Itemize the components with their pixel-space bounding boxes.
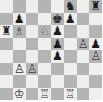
square-e5[interactable]: ♟ bbox=[51, 38, 64, 51]
piece-white-pawn: ♙ bbox=[14, 63, 25, 75]
square-b6[interactable]: ♗ bbox=[13, 25, 26, 38]
square-a3[interactable] bbox=[0, 63, 13, 76]
square-e2[interactable] bbox=[51, 75, 64, 88]
square-b5[interactable] bbox=[13, 38, 26, 51]
square-d4[interactable] bbox=[38, 50, 51, 63]
square-d7[interactable] bbox=[38, 13, 51, 26]
piece-white-rook: ♖ bbox=[39, 88, 50, 100]
square-g7[interactable] bbox=[77, 13, 90, 26]
square-e6[interactable]: ♟ bbox=[51, 25, 64, 38]
square-a4[interactable] bbox=[0, 50, 13, 63]
square-d5[interactable] bbox=[38, 38, 51, 51]
chess-board: ♞♜♟♚♟♜♗♘♟♟♙♟♟♙♙♙♔♖♖ bbox=[0, 0, 102, 100]
square-c8[interactable] bbox=[26, 0, 39, 13]
square-f8[interactable]: ♞ bbox=[64, 0, 77, 13]
square-a8[interactable] bbox=[0, 0, 13, 13]
square-c6[interactable] bbox=[26, 25, 39, 38]
square-c3[interactable]: ♙ bbox=[26, 63, 39, 76]
square-h8[interactable]: ♜ bbox=[89, 0, 102, 13]
square-h5[interactable]: ♟ bbox=[89, 38, 102, 51]
square-c2[interactable] bbox=[26, 75, 39, 88]
square-e8[interactable] bbox=[51, 0, 64, 13]
square-h1[interactable] bbox=[89, 88, 102, 101]
piece-black-pawn: ♟ bbox=[52, 25, 63, 37]
square-d2[interactable] bbox=[38, 75, 51, 88]
piece-black-rook: ♜ bbox=[1, 25, 12, 37]
square-c5[interactable] bbox=[26, 38, 39, 51]
square-b7[interactable]: ♟ bbox=[13, 13, 26, 26]
piece-black-pawn: ♟ bbox=[52, 38, 63, 50]
square-d6[interactable]: ♘ bbox=[38, 25, 51, 38]
square-g2[interactable] bbox=[77, 75, 90, 88]
square-d3[interactable] bbox=[38, 63, 51, 76]
square-a5[interactable] bbox=[0, 38, 13, 51]
square-f5[interactable] bbox=[64, 38, 77, 51]
piece-white-king: ♔ bbox=[14, 88, 25, 100]
square-a2[interactable] bbox=[0, 75, 13, 88]
square-e1[interactable] bbox=[51, 88, 64, 101]
square-h6[interactable] bbox=[89, 25, 102, 38]
square-h4[interactable]: ♙ bbox=[89, 50, 102, 63]
piece-black-pawn: ♟ bbox=[65, 13, 76, 25]
square-b4[interactable] bbox=[13, 50, 26, 63]
square-h7[interactable] bbox=[89, 13, 102, 26]
square-f4[interactable] bbox=[64, 50, 77, 63]
piece-black-pawn: ♟ bbox=[14, 13, 25, 25]
square-g4[interactable] bbox=[77, 50, 90, 63]
piece-white-pawn: ♙ bbox=[77, 38, 88, 50]
piece-white-rook: ♖ bbox=[65, 88, 76, 100]
piece-white-pawn: ♙ bbox=[26, 63, 37, 75]
piece-black-pawn: ♟ bbox=[90, 38, 101, 50]
chess-diagram: ♞♜♟♚♟♜♗♘♟♟♙♟♟♙♙♙♔♖♖ bbox=[0, 0, 103, 102]
square-f1[interactable]: ♖ bbox=[64, 88, 77, 101]
piece-black-knight: ♞ bbox=[65, 0, 76, 12]
square-c4[interactable] bbox=[26, 50, 39, 63]
piece-black-pawn: ♟ bbox=[52, 50, 63, 62]
square-f2[interactable] bbox=[64, 75, 77, 88]
square-d1[interactable]: ♖ bbox=[38, 88, 51, 101]
square-e7[interactable]: ♚ bbox=[51, 13, 64, 26]
square-b3[interactable]: ♙ bbox=[13, 63, 26, 76]
square-c1[interactable] bbox=[26, 88, 39, 101]
square-a6[interactable]: ♜ bbox=[0, 25, 13, 38]
square-d8[interactable] bbox=[38, 0, 51, 13]
piece-white-bishop: ♗ bbox=[14, 25, 25, 37]
square-a7[interactable] bbox=[0, 13, 13, 26]
piece-white-pawn: ♙ bbox=[90, 50, 101, 62]
square-e4[interactable]: ♟ bbox=[51, 50, 64, 63]
square-c7[interactable] bbox=[26, 13, 39, 26]
square-b2[interactable] bbox=[13, 75, 26, 88]
square-b1[interactable]: ♔ bbox=[13, 88, 26, 101]
square-h3[interactable] bbox=[89, 63, 102, 76]
square-f3[interactable] bbox=[64, 63, 77, 76]
square-e3[interactable] bbox=[51, 63, 64, 76]
square-g6[interactable] bbox=[77, 25, 90, 38]
square-a1[interactable] bbox=[0, 88, 13, 101]
square-b8[interactable] bbox=[13, 0, 26, 13]
square-g8[interactable] bbox=[77, 0, 90, 13]
piece-black-rook: ♜ bbox=[90, 0, 101, 12]
square-g5[interactable]: ♙ bbox=[77, 38, 90, 51]
piece-white-knight: ♘ bbox=[39, 25, 50, 37]
square-g1[interactable] bbox=[77, 88, 90, 101]
piece-black-king: ♚ bbox=[52, 13, 63, 25]
square-g3[interactable] bbox=[77, 63, 90, 76]
square-f6[interactable] bbox=[64, 25, 77, 38]
square-h2[interactable] bbox=[89, 75, 102, 88]
square-f7[interactable]: ♟ bbox=[64, 13, 77, 26]
